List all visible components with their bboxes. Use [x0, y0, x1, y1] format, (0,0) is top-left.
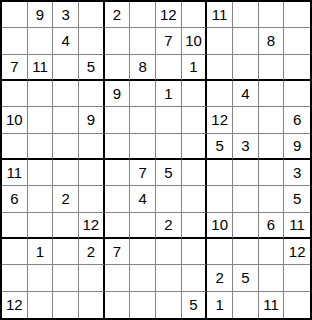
cell-r1c4-empty[interactable] [79, 2, 105, 28]
cell-r7c4-empty[interactable] [79, 160, 105, 186]
cell-r2c8-given[interactable]: 10 [182, 28, 208, 54]
cell-r11c6-empty[interactable] [130, 265, 156, 291]
cell-r8c9-empty[interactable] [207, 186, 233, 212]
cell-r9c1-empty[interactable] [2, 213, 28, 239]
cell-r12c11-given[interactable]: 11 [259, 292, 285, 318]
cell-r1c3-given[interactable]: 3 [53, 2, 79, 28]
cell-r11c8-empty[interactable] [182, 265, 208, 291]
cell-r11c7-empty[interactable] [156, 265, 182, 291]
cell-r2c5-empty[interactable] [105, 28, 131, 54]
cell-r8c1-given[interactable]: 6 [2, 186, 28, 212]
cell-r12c5-empty[interactable] [105, 292, 131, 318]
cell-r12c6-empty[interactable] [130, 292, 156, 318]
cell-r9c4-given[interactable]: 12 [79, 213, 105, 239]
cell-r7c3-empty[interactable] [53, 160, 79, 186]
cell-r7c8-empty[interactable] [182, 160, 208, 186]
cell-r7c6-given[interactable]: 7 [130, 160, 156, 186]
cell-r1c11-empty[interactable] [259, 2, 285, 28]
cell-r12c8-given[interactable]: 5 [182, 292, 208, 318]
cell-r12c12-empty[interactable] [284, 292, 310, 318]
cell-r5c11-empty[interactable] [259, 107, 285, 133]
cell-r12c3-empty[interactable] [53, 292, 79, 318]
cell-r11c10-given[interactable]: 5 [233, 265, 259, 291]
cell-r6c7-empty[interactable] [156, 134, 182, 160]
cell-r4c11-empty[interactable] [259, 81, 285, 107]
cell-r12c4-empty[interactable] [79, 292, 105, 318]
cell-r6c6-empty[interactable] [130, 134, 156, 160]
cell-r5c8-empty[interactable] [182, 107, 208, 133]
cell-r7c11-empty[interactable] [259, 160, 285, 186]
cell-r1c12-empty[interactable] [284, 2, 310, 28]
cell-r10c10-empty[interactable] [233, 239, 259, 265]
cell-r5c9-given[interactable]: 12 [207, 107, 233, 133]
cell-r9c11-given[interactable]: 6 [259, 213, 285, 239]
cell-r4c8-empty[interactable] [182, 81, 208, 107]
cell-r5c3-empty[interactable] [53, 107, 79, 133]
cell-r1c8-empty[interactable] [182, 2, 208, 28]
cell-r6c2-empty[interactable] [28, 134, 54, 160]
cell-r5c4-given[interactable]: 9 [79, 107, 105, 133]
cell-r3c7-empty[interactable] [156, 55, 182, 81]
cell-r7c5-empty[interactable] [105, 160, 131, 186]
cell-r4c12-empty[interactable] [284, 81, 310, 107]
cell-r3c3-empty[interactable] [53, 55, 79, 81]
cell-r10c5-given[interactable]: 7 [105, 239, 131, 265]
cell-r7c2-empty[interactable] [28, 160, 54, 186]
cell-r9c9-given[interactable]: 10 [207, 213, 233, 239]
cell-r6c11-empty[interactable] [259, 134, 285, 160]
cell-r3c9-empty[interactable] [207, 55, 233, 81]
cell-r11c4-empty[interactable] [79, 265, 105, 291]
cell-r11c9-given[interactable]: 2 [207, 265, 233, 291]
cell-r10c12-given[interactable]: 12 [284, 239, 310, 265]
cell-r10c9-empty[interactable] [207, 239, 233, 265]
cell-r11c1-empty[interactable] [2, 265, 28, 291]
cell-r1c1-empty[interactable] [2, 2, 28, 28]
cell-r2c11-given[interactable]: 8 [259, 28, 285, 54]
cell-r2c1-empty[interactable] [2, 28, 28, 54]
cell-r6c9-given[interactable]: 5 [207, 134, 233, 160]
cell-r9c8-empty[interactable] [182, 213, 208, 239]
cell-r4c3-empty[interactable] [53, 81, 79, 107]
cell-r6c1-empty[interactable] [2, 134, 28, 160]
cell-r10c6-empty[interactable] [130, 239, 156, 265]
cell-r1c9-given[interactable]: 11 [207, 2, 233, 28]
cell-r11c11-empty[interactable] [259, 265, 285, 291]
cell-r3c1-given[interactable]: 7 [2, 55, 28, 81]
cell-r11c12-empty[interactable] [284, 265, 310, 291]
cell-r11c2-empty[interactable] [28, 265, 54, 291]
cell-r10c3-empty[interactable] [53, 239, 79, 265]
cell-r5c1-given[interactable]: 10 [2, 107, 28, 133]
cell-r5c12-given[interactable]: 6 [284, 107, 310, 133]
cell-r7c7-given[interactable]: 5 [156, 160, 182, 186]
cell-r5c7-empty[interactable] [156, 107, 182, 133]
cell-r1c6-empty[interactable] [130, 2, 156, 28]
cell-r2c2-empty[interactable] [28, 28, 54, 54]
cell-r9c5-empty[interactable] [105, 213, 131, 239]
cell-r3c8-given[interactable]: 1 [182, 55, 208, 81]
cell-r6c10-given[interactable]: 3 [233, 134, 259, 160]
cell-r2c6-empty[interactable] [130, 28, 156, 54]
cell-r6c3-empty[interactable] [53, 134, 79, 160]
cell-r10c2-given[interactable]: 1 [28, 239, 54, 265]
cell-r9c10-empty[interactable] [233, 213, 259, 239]
cell-r10c4-given[interactable]: 2 [79, 239, 105, 265]
cell-r1c2-given[interactable]: 9 [28, 2, 54, 28]
cell-r4c2-empty[interactable] [28, 81, 54, 107]
cell-r4c9-empty[interactable] [207, 81, 233, 107]
cell-r8c5-empty[interactable] [105, 186, 131, 212]
cell-r1c5-given[interactable]: 2 [105, 2, 131, 28]
cell-r2c10-empty[interactable] [233, 28, 259, 54]
cell-r10c8-empty[interactable] [182, 239, 208, 265]
cell-r4c6-empty[interactable] [130, 81, 156, 107]
cell-r4c10-given[interactable]: 4 [233, 81, 259, 107]
cell-r5c2-empty[interactable] [28, 107, 54, 133]
cell-r3c11-empty[interactable] [259, 55, 285, 81]
cell-r8c4-empty[interactable] [79, 186, 105, 212]
cell-r9c6-empty[interactable] [130, 213, 156, 239]
cell-r8c10-empty[interactable] [233, 186, 259, 212]
cell-r8c3-given[interactable]: 2 [53, 186, 79, 212]
cell-r2c12-empty[interactable] [284, 28, 310, 54]
cell-r10c11-empty[interactable] [259, 239, 285, 265]
cell-r5c5-empty[interactable] [105, 107, 131, 133]
cell-r12c10-empty[interactable] [233, 292, 259, 318]
cell-r1c7-given[interactable]: 12 [156, 2, 182, 28]
cell-r5c10-empty[interactable] [233, 107, 259, 133]
cell-r2c4-empty[interactable] [79, 28, 105, 54]
sudoku-board: 9321211471087115819141091265391175362451… [0, 0, 312, 320]
cell-r6c5-empty[interactable] [105, 134, 131, 160]
cell-r4c7-given[interactable]: 1 [156, 81, 182, 107]
cell-r9c7-given[interactable]: 2 [156, 213, 182, 239]
cell-r3c2-given[interactable]: 11 [28, 55, 54, 81]
cell-r9c12-given[interactable]: 11 [284, 213, 310, 239]
cell-r7c10-empty[interactable] [233, 160, 259, 186]
cell-r12c2-empty[interactable] [28, 292, 54, 318]
cell-r3c10-empty[interactable] [233, 55, 259, 81]
cell-r2c3-given[interactable]: 4 [53, 28, 79, 54]
cell-r4c1-empty[interactable] [2, 81, 28, 107]
cell-r12c9-given[interactable]: 1 [207, 292, 233, 318]
cell-r5c6-empty[interactable] [130, 107, 156, 133]
cell-r7c12-given[interactable]: 3 [284, 160, 310, 186]
cell-r3c4-given[interactable]: 5 [79, 55, 105, 81]
cell-r9c2-empty[interactable] [28, 213, 54, 239]
cell-r6c12-given[interactable]: 9 [284, 134, 310, 160]
cell-r8c11-empty[interactable] [259, 186, 285, 212]
cell-r7c1-given[interactable]: 11 [2, 160, 28, 186]
cell-r4c4-empty[interactable] [79, 81, 105, 107]
cell-r6c8-empty[interactable] [182, 134, 208, 160]
cell-r11c3-empty[interactable] [53, 265, 79, 291]
cell-r12c7-empty[interactable] [156, 292, 182, 318]
cell-r2c9-empty[interactable] [207, 28, 233, 54]
cell-r11c5-empty[interactable] [105, 265, 131, 291]
cell-r10c1-empty[interactable] [2, 239, 28, 265]
cell-r2c7-given[interactable]: 7 [156, 28, 182, 54]
cell-r3c6-given[interactable]: 8 [130, 55, 156, 81]
cell-r6c4-empty[interactable] [79, 134, 105, 160]
cell-r3c5-empty[interactable] [105, 55, 131, 81]
cell-r8c7-empty[interactable] [156, 186, 182, 212]
cell-r8c8-empty[interactable] [182, 186, 208, 212]
cell-r1c10-empty[interactable] [233, 2, 259, 28]
cell-r7c9-empty[interactable] [207, 160, 233, 186]
cell-r8c12-given[interactable]: 5 [284, 186, 310, 212]
cell-r10c7-empty[interactable] [156, 239, 182, 265]
cell-r8c2-empty[interactable] [28, 186, 54, 212]
cell-r8c6-given[interactable]: 4 [130, 186, 156, 212]
cell-r4c5-given[interactable]: 9 [105, 81, 131, 107]
cell-r3c12-empty[interactable] [284, 55, 310, 81]
cell-r9c3-empty[interactable] [53, 213, 79, 239]
cell-r12c1-given[interactable]: 12 [2, 292, 28, 318]
